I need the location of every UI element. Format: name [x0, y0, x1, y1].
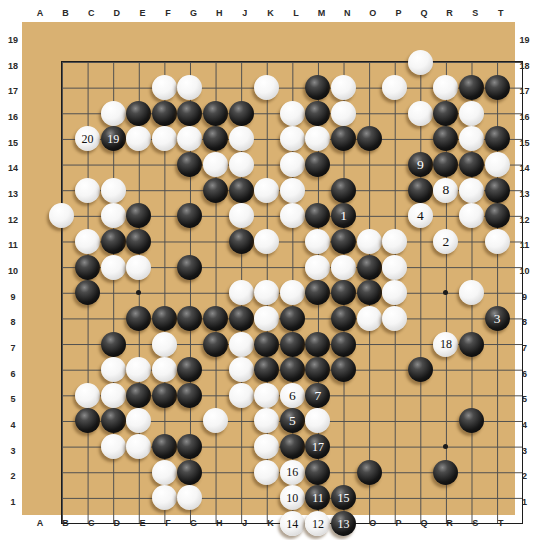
stone-e18	[152, 75, 177, 100]
column-label-top: P	[395, 8, 401, 18]
stone-g16	[203, 126, 228, 151]
row-label-right: 6	[522, 369, 527, 379]
stone-c6	[101, 383, 126, 408]
row-label-right: 12	[519, 215, 529, 225]
stone-m11	[331, 255, 356, 280]
stone-j3	[254, 460, 279, 485]
move-number: 8	[443, 183, 450, 197]
stone-d17	[126, 101, 151, 126]
stone-j5	[254, 408, 279, 433]
stone-f13	[177, 203, 202, 228]
stone-d12	[126, 229, 151, 254]
column-label-bottom: H	[216, 518, 223, 528]
column-label-top: H	[216, 8, 223, 18]
row-label-left: 18	[8, 61, 18, 71]
stone-g14	[203, 178, 228, 203]
stone-e9	[152, 306, 177, 331]
stone-j12	[254, 229, 279, 254]
stone-g8	[203, 332, 228, 357]
row-label-left: 9	[10, 292, 15, 302]
move-number: 13	[338, 517, 350, 529]
stone-r5	[459, 408, 484, 433]
stone-d5	[126, 408, 151, 433]
column-label-top: O	[369, 8, 376, 18]
stone-f2	[177, 485, 202, 510]
stone-k4	[280, 434, 305, 459]
stone-e17	[152, 101, 177, 126]
stone-l3	[305, 460, 330, 485]
move-number: 19	[107, 132, 119, 144]
stone-s14	[485, 178, 510, 203]
stone-b10	[75, 280, 100, 305]
column-label-top: D	[114, 8, 121, 18]
move-number: 7	[315, 388, 322, 402]
stone-q17	[433, 101, 458, 126]
stone-n10	[357, 280, 382, 305]
go-diagram: 2019981423186751716101115141213 AABBCCDD…	[0, 0, 540, 540]
move-number: 9	[417, 157, 424, 171]
stone-s18	[485, 75, 510, 100]
row-label-left: 5	[10, 394, 15, 404]
stone-c4	[101, 434, 126, 459]
column-label-bottom: C	[88, 518, 95, 528]
stone-h12	[229, 229, 254, 254]
stone-c12	[101, 229, 126, 254]
move-number: 2	[443, 234, 450, 248]
column-label-bottom: K	[267, 518, 274, 528]
move-stone-2: 2	[433, 229, 458, 254]
column-label-bottom: P	[395, 518, 401, 528]
move-number: 18	[440, 338, 452, 350]
row-label-left: 11	[8, 240, 18, 250]
column-label-bottom: R	[446, 518, 453, 528]
row-label-left: 2	[10, 471, 15, 481]
stone-j14	[254, 178, 279, 203]
star-point	[136, 290, 141, 295]
move-stone-3: 3	[485, 306, 510, 331]
stone-d9	[126, 306, 151, 331]
stone-h17	[229, 101, 254, 126]
row-label-left: 1	[10, 497, 15, 507]
stone-n16	[357, 126, 382, 151]
column-label-bottom: O	[369, 518, 376, 528]
column-label-bottom: T	[498, 518, 504, 528]
stone-s13	[485, 203, 510, 228]
column-label-top: M	[318, 8, 326, 18]
row-label-right: 7	[522, 343, 527, 353]
column-label-bottom: F	[165, 518, 171, 528]
row-label-right: 17	[519, 86, 529, 96]
stone-m9	[331, 306, 356, 331]
column-label-top: G	[190, 8, 197, 18]
stone-c7	[101, 357, 126, 382]
row-label-right: 10	[519, 266, 529, 276]
stone-d11	[126, 255, 151, 280]
move-stone-17: 17	[305, 434, 330, 459]
stone-f6	[177, 383, 202, 408]
column-label-top: N	[344, 8, 351, 18]
stone-q3	[433, 460, 458, 485]
stone-p7	[408, 357, 433, 382]
stone-o11	[382, 255, 407, 280]
stone-o9	[382, 306, 407, 331]
stone-k7	[280, 357, 305, 382]
move-stone-15: 15	[331, 485, 356, 510]
stone-e8	[152, 332, 177, 357]
stone-n12	[357, 229, 382, 254]
move-number: 10	[286, 491, 298, 503]
column-label-bottom: Q	[420, 518, 427, 528]
stone-j7	[254, 357, 279, 382]
row-label-right: 1	[522, 497, 527, 507]
stone-p14	[408, 178, 433, 203]
stone-g17	[203, 101, 228, 126]
row-label-right: 5	[522, 394, 527, 404]
stone-l7	[305, 357, 330, 382]
move-stone-1: 1	[331, 203, 356, 228]
move-stone-7: 7	[305, 383, 330, 408]
stone-j4	[254, 434, 279, 459]
column-label-top: E	[139, 8, 145, 18]
stone-m18	[331, 75, 356, 100]
move-number: 4	[417, 209, 424, 223]
board-grid: 2019981423186751716101115141213	[49, 49, 535, 536]
stone-s15	[485, 152, 510, 177]
stone-a13	[49, 203, 74, 228]
move-stone-5: 5	[280, 408, 305, 433]
stone-m8	[331, 332, 356, 357]
stone-g5	[203, 408, 228, 433]
stone-l16	[305, 126, 330, 151]
stone-l18	[305, 75, 330, 100]
column-label-bottom: S	[472, 518, 478, 528]
stone-s12	[485, 229, 510, 254]
move-number: 17	[312, 440, 324, 452]
star-point	[443, 290, 448, 295]
stone-m12	[331, 229, 356, 254]
stone-k9	[280, 306, 305, 331]
column-label-top: R	[446, 8, 453, 18]
stone-f4	[177, 434, 202, 459]
stone-h9	[229, 306, 254, 331]
stone-e7	[152, 357, 177, 382]
stone-h7	[229, 357, 254, 382]
stone-l5	[305, 408, 330, 433]
stone-j18	[254, 75, 279, 100]
stone-f3	[177, 460, 202, 485]
move-stone-14: 14	[280, 511, 305, 536]
stone-k10	[280, 280, 305, 305]
stone-l17	[305, 101, 330, 126]
stone-j10	[254, 280, 279, 305]
stone-r18	[459, 75, 484, 100]
stone-p17	[408, 101, 433, 126]
move-stone-12: 12	[305, 511, 330, 536]
column-label-top: B	[62, 8, 69, 18]
row-label-right: 13	[519, 189, 529, 199]
stone-e3	[152, 460, 177, 485]
stone-b6	[75, 383, 100, 408]
stone-r15	[459, 152, 484, 177]
column-label-bottom: D	[114, 518, 121, 528]
row-label-left: 3	[10, 446, 15, 456]
stone-l12	[305, 229, 330, 254]
stone-f18	[177, 75, 202, 100]
column-label-bottom: B	[62, 518, 69, 528]
stone-g9	[203, 306, 228, 331]
stone-k15	[280, 152, 305, 177]
stone-f9	[177, 306, 202, 331]
stone-c8	[101, 332, 126, 357]
stone-k16	[280, 126, 305, 151]
row-label-left: 19	[8, 35, 18, 45]
move-stone-4: 4	[408, 203, 433, 228]
row-label-right: 8	[522, 317, 527, 327]
column-label-top: T	[498, 8, 504, 18]
row-label-left: 15	[8, 138, 18, 148]
move-stone-16: 16	[280, 460, 305, 485]
row-label-right: 11	[520, 240, 530, 250]
stone-b5	[75, 408, 100, 433]
stone-f16	[177, 126, 202, 151]
stone-q15	[433, 152, 458, 177]
stone-n9	[357, 306, 382, 331]
column-label-bottom: A	[37, 518, 44, 528]
row-label-left: 17	[8, 86, 18, 96]
move-number: 20	[82, 132, 94, 144]
column-label-top: C	[88, 8, 95, 18]
stone-c11	[101, 255, 126, 280]
stone-o10	[382, 280, 407, 305]
stone-d6	[126, 383, 151, 408]
go-board[interactable]: 2019981423186751716101115141213	[22, 22, 515, 515]
row-label-left: 7	[10, 343, 15, 353]
stone-l13	[305, 203, 330, 228]
stone-n11	[357, 255, 382, 280]
stone-r10	[459, 280, 484, 305]
stone-p19	[408, 50, 433, 75]
row-label-left: 8	[10, 317, 15, 327]
stone-k8	[280, 332, 305, 357]
row-label-right: 15	[519, 138, 529, 148]
row-label-right: 19	[519, 35, 529, 45]
column-label-top: K	[267, 8, 274, 18]
stone-h8	[229, 332, 254, 357]
move-number: 12	[312, 517, 324, 529]
stone-l11	[305, 255, 330, 280]
stone-j8	[254, 332, 279, 357]
row-label-right: 16	[519, 112, 529, 122]
stone-h16	[229, 126, 254, 151]
star-point	[443, 444, 448, 449]
stone-m10	[331, 280, 356, 305]
move-stone-13: 13	[331, 511, 356, 536]
stone-n3	[357, 460, 382, 485]
move-stone-8: 8	[433, 178, 458, 203]
row-label-right: 4	[522, 420, 527, 430]
row-label-right: 14	[519, 163, 529, 173]
column-label-top: A	[37, 8, 44, 18]
stone-b12	[75, 229, 100, 254]
move-number: 15	[338, 491, 350, 503]
row-label-right: 9	[522, 292, 527, 302]
stone-l8	[305, 332, 330, 357]
stone-m16	[331, 126, 356, 151]
column-label-top: S	[472, 8, 478, 18]
row-label-right: 3	[522, 446, 527, 456]
stone-j9	[254, 306, 279, 331]
stone-d13	[126, 203, 151, 228]
move-stone-20: 20	[75, 126, 100, 151]
stone-d7	[126, 357, 151, 382]
stone-m17	[331, 101, 356, 126]
stone-c14	[101, 178, 126, 203]
row-label-left: 14	[8, 163, 18, 173]
stone-h10	[229, 280, 254, 305]
stone-k14	[280, 178, 305, 203]
move-number: 11	[312, 491, 324, 503]
stone-c5	[101, 408, 126, 433]
row-label-left: 6	[10, 369, 15, 379]
move-stone-11: 11	[305, 485, 330, 510]
move-stone-6: 6	[280, 383, 305, 408]
column-label-bottom: E	[139, 518, 145, 528]
move-number: 14	[286, 517, 298, 529]
stone-s16	[485, 126, 510, 151]
column-label-bottom: G	[190, 518, 197, 528]
stone-q16	[433, 126, 458, 151]
stone-e6	[152, 383, 177, 408]
stone-e4	[152, 434, 177, 459]
stone-m7	[331, 357, 356, 382]
stone-h15	[229, 152, 254, 177]
row-label-left: 4	[10, 420, 15, 430]
stone-r17	[459, 101, 484, 126]
stone-f17	[177, 101, 202, 126]
stone-e2	[152, 485, 177, 510]
stone-r14	[459, 178, 484, 203]
stone-d4	[126, 434, 151, 459]
stone-c13	[101, 203, 126, 228]
stone-l15	[305, 152, 330, 177]
stone-h13	[229, 203, 254, 228]
move-stone-18: 18	[433, 332, 458, 357]
stone-g15	[203, 152, 228, 177]
stone-q18	[433, 75, 458, 100]
stone-f11	[177, 255, 202, 280]
row-label-left: 12	[8, 215, 18, 225]
stone-r13	[459, 203, 484, 228]
move-number: 3	[494, 311, 501, 325]
move-number: 6	[289, 388, 296, 402]
move-number: 1	[340, 209, 347, 223]
stone-d16	[126, 126, 151, 151]
stone-f15	[177, 152, 202, 177]
stone-h6	[229, 383, 254, 408]
row-label-right: 18	[519, 61, 529, 71]
move-number: 5	[289, 414, 296, 428]
row-label-left: 10	[8, 266, 18, 276]
stone-e16	[152, 126, 177, 151]
stone-k17	[280, 101, 305, 126]
stone-j6	[254, 383, 279, 408]
column-label-top: J	[242, 8, 247, 18]
row-label-right: 2	[522, 471, 527, 481]
column-label-top: L	[293, 8, 299, 18]
row-label-left: 16	[8, 112, 18, 122]
stone-b11	[75, 255, 100, 280]
stone-r8	[459, 332, 484, 357]
column-label-top: Q	[420, 8, 427, 18]
stone-h14	[229, 178, 254, 203]
column-label-bottom: J	[242, 518, 247, 528]
stone-l10	[305, 280, 330, 305]
row-label-left: 13	[8, 189, 18, 199]
stone-r16	[459, 126, 484, 151]
stone-b14	[75, 178, 100, 203]
stone-o12	[382, 229, 407, 254]
stone-m14	[331, 178, 356, 203]
stone-o18	[382, 75, 407, 100]
move-number: 16	[286, 466, 298, 478]
stone-c17	[101, 101, 126, 126]
stone-f7	[177, 357, 202, 382]
stone-k13	[280, 203, 305, 228]
move-stone-19: 19	[101, 126, 126, 151]
move-stone-10: 10	[280, 485, 305, 510]
move-stone-9: 9	[408, 152, 433, 177]
column-label-top: F	[165, 8, 171, 18]
